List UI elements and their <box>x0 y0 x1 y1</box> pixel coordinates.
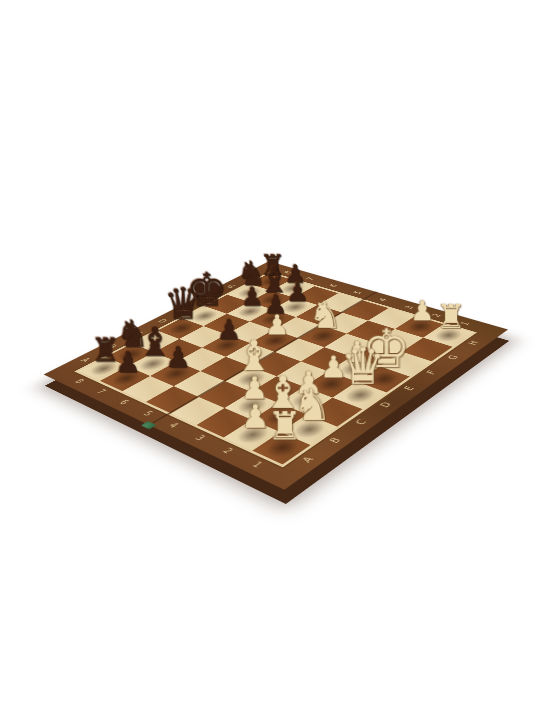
piece-glyph: ♞ <box>295 294 354 337</box>
chess-board: 88AA77BB66CC55DD44EE33FF22GG11HH ♜♞♛♚♞♜♟… <box>44 261 508 489</box>
piece-glyph: ♜ <box>249 403 320 449</box>
chessboard-photo: 88AA77BB66CC55DD44EE33FF22GG11HH ♜♞♛♚♞♜♟… <box>0 0 540 720</box>
piece-glyph: ♟ <box>147 341 208 375</box>
pieces-layer: ♜♞♛♚♞♜♟♝♟♝♟♟♟♟♟♟♝♞♟♟♝♟♟♟♟♜♞♛♚♜ <box>44 261 508 489</box>
board-rim: 88AA77BB66CC55DD44EE33FF22GG11HH ♜♞♛♚♞♜♟… <box>44 261 508 489</box>
piece-glyph: ♜ <box>420 297 480 336</box>
